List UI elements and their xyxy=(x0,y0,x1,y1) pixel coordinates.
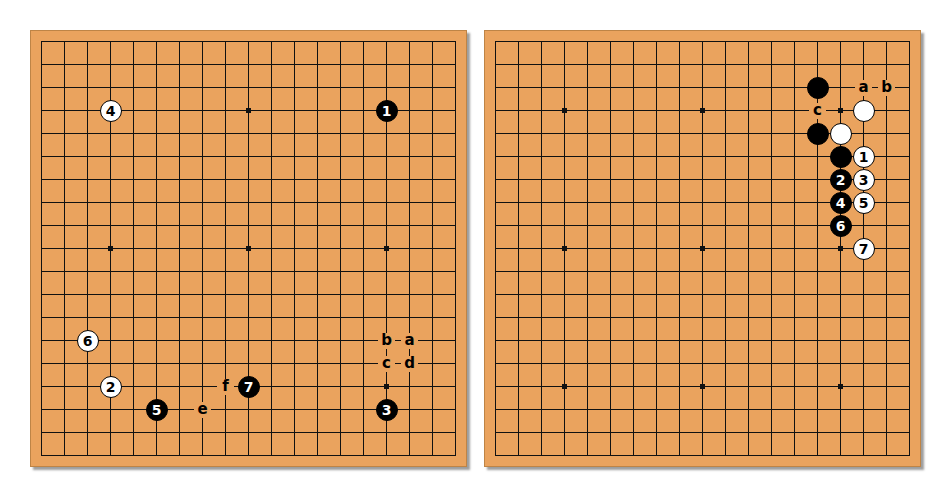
star-point xyxy=(700,384,705,389)
star-point xyxy=(246,108,251,113)
stone-white-plain-Q15 xyxy=(830,123,852,145)
star-point xyxy=(838,108,843,113)
diagram-page: bacdef1234567 abc1234567 xyxy=(0,0,950,500)
stone-white-5-R12: 5 xyxy=(853,192,875,214)
star-point xyxy=(384,246,389,251)
stone-black-3-Q3: 3 xyxy=(376,399,398,421)
stone-black-6-Q11: 6 xyxy=(830,215,852,237)
letter-label-c: c xyxy=(378,356,395,372)
star-point xyxy=(562,246,567,251)
go-board-diagram-2[interactable]: abc1234567 xyxy=(484,30,921,467)
star-point xyxy=(700,108,705,113)
star-point xyxy=(108,246,113,251)
stone-black-4-Q12: 4 xyxy=(830,192,852,214)
stone-white-plain-R16 xyxy=(853,100,875,122)
letter-label-d: d xyxy=(401,356,418,372)
stone-black-5-F3: 5 xyxy=(146,399,168,421)
stone-white-4-D16: 4 xyxy=(100,100,122,122)
go-board-diagram-1[interactable]: bacdef1234567 xyxy=(30,30,467,467)
stone-white-3-R13: 3 xyxy=(853,169,875,191)
letter-label-f: f xyxy=(217,379,234,395)
star-point xyxy=(246,246,251,251)
letter-label-a: a xyxy=(401,333,418,349)
stone-black-plain-P15 xyxy=(807,123,829,145)
letter-label-b: b xyxy=(878,80,895,96)
star-point xyxy=(838,384,843,389)
stone-white-7-R10: 7 xyxy=(853,238,875,260)
stone-black-2-Q13: 2 xyxy=(830,169,852,191)
boards-row: bacdef1234567 abc1234567 xyxy=(30,30,921,467)
stone-white-1-R14: 1 xyxy=(853,146,875,168)
star-point xyxy=(562,108,567,113)
stone-black-1-Q16: 1 xyxy=(376,100,398,122)
letter-label-b: b xyxy=(378,333,395,349)
stone-black-plain-Q14 xyxy=(830,146,852,168)
stone-white-2-D4: 2 xyxy=(100,376,122,398)
star-point xyxy=(700,246,705,251)
star-point xyxy=(838,246,843,251)
stone-white-6-C6: 6 xyxy=(77,330,99,352)
letter-label-c: c xyxy=(809,103,826,119)
stone-black-7-K4: 7 xyxy=(238,376,260,398)
letter-label-e: e xyxy=(194,402,211,418)
letter-label-a: a xyxy=(855,80,872,96)
star-point xyxy=(562,384,567,389)
stone-black-plain-P17 xyxy=(807,77,829,99)
star-point xyxy=(384,384,389,389)
